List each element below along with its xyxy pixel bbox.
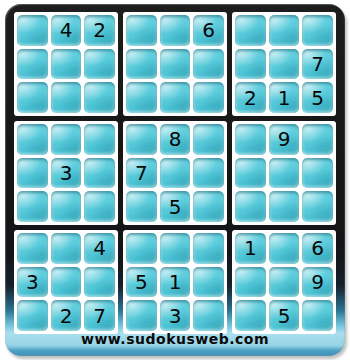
cell-r2c5[interactable] bbox=[160, 49, 191, 80]
sudoku-page: 42672153875943275131695 www.sudokusweb.c… bbox=[0, 0, 350, 360]
cell-r4c6[interactable] bbox=[193, 124, 224, 155]
cell-r9c5[interactable]: 3 bbox=[160, 300, 191, 331]
cell-r4c9[interactable] bbox=[302, 124, 333, 155]
box-r1c2: 6 bbox=[123, 12, 227, 116]
box-r3c3: 1695 bbox=[232, 230, 336, 334]
cell-r9c7[interactable] bbox=[235, 300, 266, 331]
cell-r2c3[interactable] bbox=[84, 49, 115, 80]
cell-r3c9[interactable]: 5 bbox=[302, 82, 333, 113]
cell-r1c9[interactable] bbox=[302, 15, 333, 46]
sudoku-board: 42672153875943275131695 bbox=[14, 12, 336, 334]
cell-r2c7[interactable] bbox=[235, 49, 266, 80]
cell-r9c4[interactable] bbox=[126, 300, 157, 331]
cell-r9c3[interactable]: 7 bbox=[84, 300, 115, 331]
cell-r6c2[interactable] bbox=[51, 191, 82, 222]
cell-r1c2[interactable]: 4 bbox=[51, 15, 82, 46]
cell-r6c5[interactable]: 5 bbox=[160, 191, 191, 222]
cell-r8c3[interactable] bbox=[84, 267, 115, 298]
cell-r5c6[interactable] bbox=[193, 158, 224, 189]
cell-r9c9[interactable] bbox=[302, 300, 333, 331]
cell-r3c2[interactable] bbox=[51, 82, 82, 113]
cell-r6c9[interactable] bbox=[302, 191, 333, 222]
cell-r4c4[interactable] bbox=[126, 124, 157, 155]
cell-r2c9[interactable]: 7 bbox=[302, 49, 333, 80]
cell-r5c8[interactable] bbox=[269, 158, 300, 189]
cell-r5c7[interactable] bbox=[235, 158, 266, 189]
box-r1c1: 42 bbox=[14, 12, 118, 116]
cell-r8c5[interactable]: 1 bbox=[160, 267, 191, 298]
cell-r2c8[interactable] bbox=[269, 49, 300, 80]
cell-r3c1[interactable] bbox=[17, 82, 48, 113]
cell-r2c6[interactable] bbox=[193, 49, 224, 80]
box-r1c3: 7215 bbox=[232, 12, 336, 116]
cell-r8c7[interactable] bbox=[235, 267, 266, 298]
cell-r9c8[interactable]: 5 bbox=[269, 300, 300, 331]
box-r3c2: 513 bbox=[123, 230, 227, 334]
cell-r8c2[interactable] bbox=[51, 267, 82, 298]
cell-r9c6[interactable] bbox=[193, 300, 224, 331]
cell-r8c4[interactable]: 5 bbox=[126, 267, 157, 298]
cell-r9c2[interactable]: 2 bbox=[51, 300, 82, 331]
cell-r8c9[interactable]: 9 bbox=[302, 267, 333, 298]
cell-r7c9[interactable]: 6 bbox=[302, 233, 333, 264]
cell-r4c1[interactable] bbox=[17, 124, 48, 155]
cell-r5c9[interactable] bbox=[302, 158, 333, 189]
cell-r4c2[interactable] bbox=[51, 124, 82, 155]
cell-r3c5[interactable] bbox=[160, 82, 191, 113]
cell-r1c3[interactable]: 2 bbox=[84, 15, 115, 46]
cell-r5c1[interactable] bbox=[17, 158, 48, 189]
cell-r3c7[interactable]: 2 bbox=[235, 82, 266, 113]
cell-r8c6[interactable] bbox=[193, 267, 224, 298]
cell-r6c3[interactable] bbox=[84, 191, 115, 222]
cell-r7c7[interactable]: 1 bbox=[235, 233, 266, 264]
cell-r3c3[interactable] bbox=[84, 82, 115, 113]
cell-r3c4[interactable] bbox=[126, 82, 157, 113]
site-branding: www.sudokusweb.com bbox=[5, 331, 345, 347]
box-r2c2: 875 bbox=[123, 121, 227, 225]
cell-r6c4[interactable] bbox=[126, 191, 157, 222]
cell-r6c1[interactable] bbox=[17, 191, 48, 222]
cell-r8c1[interactable]: 3 bbox=[17, 267, 48, 298]
cell-r1c1[interactable] bbox=[17, 15, 48, 46]
cell-r7c5[interactable] bbox=[160, 233, 191, 264]
cell-r5c2[interactable]: 3 bbox=[51, 158, 82, 189]
cell-r3c8[interactable]: 1 bbox=[269, 82, 300, 113]
cell-r1c7[interactable] bbox=[235, 15, 266, 46]
cell-r2c1[interactable] bbox=[17, 49, 48, 80]
box-r2c1: 3 bbox=[14, 121, 118, 225]
cell-r4c7[interactable] bbox=[235, 124, 266, 155]
cell-r3c6[interactable] bbox=[193, 82, 224, 113]
cell-r7c1[interactable] bbox=[17, 233, 48, 264]
cell-r2c2[interactable] bbox=[51, 49, 82, 80]
cell-r1c5[interactable] bbox=[160, 15, 191, 46]
cell-r7c3[interactable]: 4 bbox=[84, 233, 115, 264]
cell-r7c2[interactable] bbox=[51, 233, 82, 264]
box-r3c1: 4327 bbox=[14, 230, 118, 334]
cell-r1c8[interactable] bbox=[269, 15, 300, 46]
cell-r4c5[interactable]: 8 bbox=[160, 124, 191, 155]
cell-r5c4[interactable]: 7 bbox=[126, 158, 157, 189]
cell-r8c8[interactable] bbox=[269, 267, 300, 298]
cell-r5c5[interactable] bbox=[160, 158, 191, 189]
cell-r5c3[interactable] bbox=[84, 158, 115, 189]
cell-r1c4[interactable] bbox=[126, 15, 157, 46]
cell-r4c8[interactable]: 9 bbox=[269, 124, 300, 155]
cell-r6c8[interactable] bbox=[269, 191, 300, 222]
cell-r2c4[interactable] bbox=[126, 49, 157, 80]
cell-r7c4[interactable] bbox=[126, 233, 157, 264]
cell-r9c1[interactable] bbox=[17, 300, 48, 331]
cell-r6c7[interactable] bbox=[235, 191, 266, 222]
cell-r4c3[interactable] bbox=[84, 124, 115, 155]
cell-r7c8[interactable] bbox=[269, 233, 300, 264]
cell-r1c6[interactable]: 6 bbox=[193, 15, 224, 46]
cell-r7c6[interactable] bbox=[193, 233, 224, 264]
box-r2c3: 9 bbox=[232, 121, 336, 225]
board-frame: 42672153875943275131695 www.sudokusweb.c… bbox=[5, 4, 345, 356]
cell-r6c6[interactable] bbox=[193, 191, 224, 222]
